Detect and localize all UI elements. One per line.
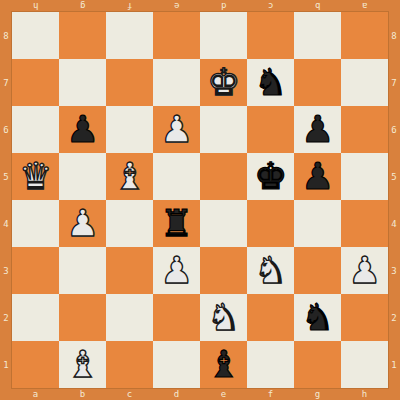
square-g5[interactable]: ♟ [294,153,341,200]
white-pawn[interactable]: ♟ [341,247,388,294]
square-e4[interactable] [200,200,247,247]
square-c7[interactable] [106,59,153,106]
square-f6[interactable] [247,106,294,153]
square-c4[interactable] [106,200,153,247]
square-g4[interactable] [294,200,341,247]
coordinate-label: h [12,0,59,12]
coordinate-label: h [341,388,388,400]
file-labels-top: hgfedcba [12,0,388,12]
coordinate-label: 8 [0,12,12,59]
square-g6[interactable]: ♟ [294,106,341,153]
black-rook[interactable]: ♜ [153,200,200,247]
square-h4[interactable] [341,200,388,247]
coordinate-label: d [200,0,247,12]
white-pawn[interactable]: ♟ [59,200,106,247]
square-a4[interactable] [12,200,59,247]
square-d3[interactable]: ♟ [153,247,200,294]
square-d7[interactable] [153,59,200,106]
coordinate-label: 5 [388,153,400,200]
square-d2[interactable] [153,294,200,341]
coordinate-label: e [200,388,247,400]
white-bishop[interactable]: ♝ [59,341,106,388]
rank-labels-right: 87654321 [388,12,400,388]
square-a1[interactable] [12,341,59,388]
coordinate-label: c [106,388,153,400]
square-h5[interactable] [341,153,388,200]
square-c5[interactable]: ♝ [106,153,153,200]
square-b6[interactable]: ♟ [59,106,106,153]
white-knight[interactable]: ♞ [247,247,294,294]
black-knight[interactable]: ♞ [294,294,341,341]
square-e2[interactable]: ♞ [200,294,247,341]
square-c8[interactable] [106,12,153,59]
square-b7[interactable] [59,59,106,106]
square-b4[interactable]: ♟ [59,200,106,247]
square-e7[interactable]: ♚ [200,59,247,106]
coordinate-label: f [106,0,153,12]
coordinate-label: d [153,388,200,400]
coordinate-label: g [294,388,341,400]
coordinate-label: 3 [388,247,400,294]
square-d5[interactable] [153,153,200,200]
coordinate-label: g [59,0,106,12]
file-labels-bottom: abcdefgh [12,388,388,400]
square-d6[interactable]: ♟ [153,106,200,153]
black-knight[interactable]: ♞ [247,59,294,106]
square-g8[interactable] [294,12,341,59]
square-f1[interactable] [247,341,294,388]
square-e3[interactable] [200,247,247,294]
coordinate-label: 1 [0,341,12,388]
square-a5[interactable]: ♛ [12,153,59,200]
chess-board-window: hgfedcba abcdefgh 87654321 87654321 ♚♞♟♟… [0,0,400,400]
coordinate-label: 1 [388,341,400,388]
white-pawn[interactable]: ♟ [153,106,200,153]
square-c6[interactable] [106,106,153,153]
square-f5[interactable]: ♚ [247,153,294,200]
square-d8[interactable] [153,12,200,59]
coordinate-label: 4 [388,200,400,247]
coordinate-label: 7 [0,59,12,106]
square-d1[interactable] [153,341,200,388]
square-g1[interactable] [294,341,341,388]
square-h7[interactable] [341,59,388,106]
square-c2[interactable] [106,294,153,341]
square-b8[interactable] [59,12,106,59]
coordinate-label: 4 [0,200,12,247]
square-a3[interactable] [12,247,59,294]
square-h8[interactable] [341,12,388,59]
square-c3[interactable] [106,247,153,294]
square-e1[interactable]: ♝ [200,341,247,388]
coordinate-label: 6 [0,106,12,153]
square-g3[interactable] [294,247,341,294]
square-h2[interactable] [341,294,388,341]
square-e8[interactable] [200,12,247,59]
square-b2[interactable] [59,294,106,341]
square-f4[interactable] [247,200,294,247]
square-b1[interactable]: ♝ [59,341,106,388]
coordinate-label: 7 [388,59,400,106]
black-king[interactable]: ♚ [247,153,294,200]
coordinate-label: 2 [0,294,12,341]
square-e6[interactable] [200,106,247,153]
square-a8[interactable] [12,12,59,59]
square-e5[interactable] [200,153,247,200]
square-b5[interactable] [59,153,106,200]
coordinate-label: a [341,0,388,12]
coordinate-label: 5 [0,153,12,200]
coordinate-label: 3 [0,247,12,294]
coordinate-label: f [247,388,294,400]
white-knight[interactable]: ♞ [200,294,247,341]
square-c1[interactable] [106,341,153,388]
square-a2[interactable] [12,294,59,341]
coordinate-label: 6 [388,106,400,153]
square-a6[interactable] [12,106,59,153]
square-d4[interactable]: ♜ [153,200,200,247]
white-bishop[interactable]: ♝ [106,153,153,200]
black-pawn[interactable]: ♟ [59,106,106,153]
square-b3[interactable] [59,247,106,294]
coordinate-label: 8 [388,12,400,59]
white-king[interactable]: ♚ [200,59,247,106]
black-bishop[interactable]: ♝ [200,341,247,388]
coordinate-label: 2 [388,294,400,341]
coordinate-label: b [294,0,341,12]
square-f2[interactable] [247,294,294,341]
square-h1[interactable] [341,341,388,388]
square-f8[interactable] [247,12,294,59]
square-a7[interactable] [12,59,59,106]
coordinate-label: b [59,388,106,400]
square-f7[interactable]: ♞ [247,59,294,106]
coordinate-label: e [153,0,200,12]
square-g2[interactable]: ♞ [294,294,341,341]
square-h6[interactable] [341,106,388,153]
white-queen[interactable]: ♛ [12,153,59,200]
square-h3[interactable]: ♟ [341,247,388,294]
white-pawn[interactable]: ♟ [153,247,200,294]
square-g7[interactable] [294,59,341,106]
square-f3[interactable]: ♞ [247,247,294,294]
black-pawn[interactable]: ♟ [294,106,341,153]
rank-labels-left: 87654321 [0,12,12,388]
chess-board: ♚♞♟♟♟♛♝♚♟♟♜♟♞♟♞♞♝♝ [12,12,388,388]
coordinate-label: a [12,388,59,400]
coordinate-label: c [247,0,294,12]
black-pawn[interactable]: ♟ [294,153,341,200]
